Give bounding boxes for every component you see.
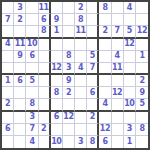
cell-r1c12[interactable] xyxy=(136,2,148,14)
cell-r7c7[interactable] xyxy=(75,75,87,87)
cell-r1c4: 11 xyxy=(39,2,51,14)
sudoku-board: 3112847269881112751241110129685411234711… xyxy=(0,0,150,150)
cell-r12c10[interactable] xyxy=(112,136,124,148)
cell-r12c12[interactable] xyxy=(136,136,148,148)
cell-r4c8[interactable] xyxy=(87,39,99,51)
cell-r12c9: 6 xyxy=(99,136,111,148)
cell-r4c1: 4 xyxy=(2,39,14,51)
cell-r5c8: 5 xyxy=(87,51,99,63)
cell-r10c8: 2 xyxy=(87,112,99,124)
cell-r1c2: 3 xyxy=(14,2,26,14)
cell-r2c6[interactable] xyxy=(63,14,75,26)
cell-r11c7[interactable] xyxy=(75,124,87,136)
cell-r11c12: 8 xyxy=(136,124,148,136)
cell-r8c4[interactable] xyxy=(39,87,51,99)
cell-r3c7: 11 xyxy=(75,26,87,38)
cell-r5c5[interactable] xyxy=(51,51,63,63)
cell-r11c11: 3 xyxy=(124,124,136,136)
cell-r6c7: 4 xyxy=(75,63,87,75)
cell-r4c5[interactable] xyxy=(51,39,63,51)
cell-r12c6[interactable] xyxy=(63,136,75,148)
cell-r10c10[interactable] xyxy=(112,112,124,124)
cell-r12c4[interactable] xyxy=(39,136,51,148)
cell-r6c10: 11 xyxy=(112,63,124,75)
cell-r12c8: 8 xyxy=(87,136,99,148)
cell-r1c3[interactable] xyxy=(26,2,38,14)
cell-r10c1[interactable] xyxy=(2,112,14,124)
cell-r3c4: 8 xyxy=(39,26,51,38)
cell-r8c7[interactable] xyxy=(75,87,87,99)
cell-r11c5[interactable] xyxy=(51,124,63,136)
cell-r9c2[interactable] xyxy=(14,99,26,111)
cell-r4c3: 10 xyxy=(26,39,38,51)
cell-r5c2: 9 xyxy=(14,51,26,63)
cell-r9c1: 2 xyxy=(2,99,14,111)
cell-r3c3[interactable] xyxy=(26,26,38,38)
cell-r9c8[interactable] xyxy=(87,99,99,111)
cell-r6c5: 12 xyxy=(51,63,63,75)
cell-r1c8[interactable] xyxy=(87,2,99,14)
cell-r1c10[interactable] xyxy=(112,2,124,14)
cell-r4c6[interactable] xyxy=(63,39,75,51)
cell-r11c1: 6 xyxy=(2,124,14,136)
cell-r2c4: 6 xyxy=(39,14,51,26)
cell-r3c9: 2 xyxy=(99,26,111,38)
cell-r10c4[interactable] xyxy=(39,112,51,124)
cell-r8c1[interactable] xyxy=(2,87,14,99)
cell-r3c2[interactable] xyxy=(14,26,26,38)
cell-r7c3: 5 xyxy=(26,75,38,87)
cell-r8c8: 6 xyxy=(87,87,99,99)
cell-r7c5[interactable] xyxy=(51,75,63,87)
cell-r6c4[interactable] xyxy=(39,63,51,75)
cell-r8c10: 12 xyxy=(112,87,124,99)
cell-r1c9: 8 xyxy=(99,2,111,14)
cell-r8c2[interactable] xyxy=(14,87,26,99)
cell-r8c12: 9 xyxy=(136,87,148,99)
cell-r9c4[interactable] xyxy=(39,99,51,111)
cell-r5c12: 1 xyxy=(136,51,148,63)
cell-r8c6: 2 xyxy=(63,87,75,99)
cell-r6c1[interactable] xyxy=(2,63,14,75)
cell-r2c9[interactable] xyxy=(99,14,111,26)
cell-r11c8[interactable] xyxy=(87,124,99,136)
cell-r4c4[interactable] xyxy=(39,39,51,51)
cell-r11c4: 2 xyxy=(39,124,51,136)
cell-r9c12: 5 xyxy=(136,99,148,111)
cell-r7c1: 1 xyxy=(2,75,14,87)
cell-r5c9[interactable] xyxy=(99,51,111,63)
cell-r8c9[interactable] xyxy=(99,87,111,99)
cell-r7c11[interactable] xyxy=(124,75,136,87)
cell-r9c11: 10 xyxy=(124,99,136,111)
cell-r6c12[interactable] xyxy=(136,63,148,75)
cell-r7c4[interactable] xyxy=(39,75,51,87)
cell-r7c2: 6 xyxy=(14,75,26,87)
cell-r7c9[interactable] xyxy=(99,75,111,87)
cell-r12c11: 1 xyxy=(124,136,136,148)
cell-r10c3: 3 xyxy=(26,112,38,124)
cell-r2c5: 9 xyxy=(51,14,63,26)
cell-r9c3: 8 xyxy=(26,99,38,111)
cell-r9c9: 4 xyxy=(99,99,111,111)
cell-r7c10[interactable] xyxy=(112,75,124,87)
cell-r1c1[interactable] xyxy=(2,2,14,14)
cell-r4c9[interactable] xyxy=(99,39,111,51)
cell-r5c10: 4 xyxy=(112,51,124,63)
cell-r7c12: 2 xyxy=(136,75,148,87)
cell-r11c2[interactable] xyxy=(14,124,26,136)
cell-r7c6: 9 xyxy=(63,75,75,87)
cell-r9c10[interactable] xyxy=(112,99,124,111)
cell-r3c11: 5 xyxy=(124,26,136,38)
cell-r1c6[interactable] xyxy=(63,2,75,14)
cell-r6c2[interactable] xyxy=(14,63,26,75)
cell-r1c7: 2 xyxy=(75,2,87,14)
cell-r3c10: 7 xyxy=(112,26,124,38)
cell-r2c3[interactable] xyxy=(26,14,38,26)
cell-r12c7: 3 xyxy=(75,136,87,148)
cell-r7c8[interactable] xyxy=(87,75,99,87)
cell-r10c7[interactable] xyxy=(75,112,87,124)
cell-r10c6: 12 xyxy=(63,112,75,124)
cell-r12c2[interactable] xyxy=(14,136,26,148)
cell-r2c2: 2 xyxy=(14,14,26,26)
cell-r9c7[interactable] xyxy=(75,99,87,111)
cell-r10c11[interactable] xyxy=(124,112,136,124)
cell-r5c6: 8 xyxy=(63,51,75,63)
cell-r3c8[interactable] xyxy=(87,26,99,38)
cell-r9c5[interactable] xyxy=(51,99,63,111)
cell-r4c10[interactable] xyxy=(112,39,124,51)
cell-r6c11[interactable] xyxy=(124,63,136,75)
cell-r6c8: 7 xyxy=(87,63,99,75)
cell-r1c11: 4 xyxy=(124,2,136,14)
cell-r12c1[interactable] xyxy=(2,136,14,148)
cell-r10c5: 6 xyxy=(51,112,63,124)
cell-r3c12: 12 xyxy=(136,26,148,38)
cell-r2c11[interactable] xyxy=(124,14,136,26)
cell-r5c3: 6 xyxy=(26,51,38,63)
cell-r4c12[interactable] xyxy=(136,39,148,51)
cell-r11c9: 12 xyxy=(99,124,111,136)
cell-r5c1[interactable] xyxy=(2,51,14,63)
cell-r4c11: 12 xyxy=(124,39,136,51)
cell-r2c10[interactable] xyxy=(112,14,124,26)
cell-r12c5: 10 xyxy=(51,136,63,148)
cell-r5c7[interactable] xyxy=(75,51,87,63)
cell-r10c2[interactable] xyxy=(14,112,26,124)
cell-r8c3[interactable] xyxy=(26,87,38,99)
cell-r2c8[interactable] xyxy=(87,14,99,26)
cell-r8c11[interactable] xyxy=(124,87,136,99)
cell-r3c5: 1 xyxy=(51,26,63,38)
cell-r1c5[interactable] xyxy=(51,2,63,14)
cell-r8c5: 8 xyxy=(51,87,63,99)
cell-r6c3[interactable] xyxy=(26,63,38,75)
cell-r6c6: 3 xyxy=(63,63,75,75)
cell-r5c11[interactable] xyxy=(124,51,136,63)
cell-r10c9[interactable] xyxy=(99,112,111,124)
cell-r4c7[interactable] xyxy=(75,39,87,51)
cell-r10c12[interactable] xyxy=(136,112,148,124)
cell-r6c9[interactable] xyxy=(99,63,111,75)
cell-r11c10[interactable] xyxy=(112,124,124,136)
cell-r9c6[interactable] xyxy=(63,99,75,111)
cell-r5c4[interactable] xyxy=(39,51,51,63)
cell-r11c3: 7 xyxy=(26,124,38,136)
cell-r4c2: 11 xyxy=(14,39,26,51)
cell-r2c1: 7 xyxy=(2,14,14,26)
cell-r2c7: 8 xyxy=(75,14,87,26)
cell-r3c1[interactable] xyxy=(2,26,14,38)
cell-r11c6[interactable] xyxy=(63,124,75,136)
cell-r2c12[interactable] xyxy=(136,14,148,26)
cell-r3c6[interactable] xyxy=(63,26,75,38)
cell-r12c3: 4 xyxy=(26,136,38,148)
